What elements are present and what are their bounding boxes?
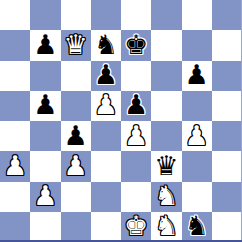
black-pawn: ♟ [94, 61, 118, 88]
square-g5[interactable] [182, 91, 212, 121]
square-e6[interactable] [121, 61, 151, 91]
chess-board-container: ♟♛♞♚♟♟♟♟♟♟♟♟♟♟♛♟♞♚♞♞ [0, 0, 242, 242]
black-pawn: ♟ [185, 61, 209, 88]
square-c4[interactable]: ♟ [61, 121, 91, 151]
square-g8[interactable] [182, 0, 212, 30]
square-b4[interactable] [30, 121, 60, 151]
square-f3[interactable]: ♛ [151, 151, 181, 181]
black-pawn: ♟ [33, 91, 57, 118]
square-a5[interactable] [0, 91, 30, 121]
square-h1[interactable] [212, 212, 242, 242]
white-pawn: ♟ [124, 122, 148, 149]
square-f2[interactable]: ♞ [151, 182, 181, 212]
square-d4[interactable] [91, 121, 121, 151]
black-pawn: ♟ [64, 122, 88, 149]
white-king: ♚ [124, 212, 148, 239]
black-pawn: ♟ [124, 91, 148, 118]
square-h5[interactable] [212, 91, 242, 121]
square-g6[interactable]: ♟ [182, 61, 212, 91]
square-c1[interactable] [61, 212, 91, 242]
square-e5[interactable]: ♟ [121, 91, 151, 121]
white-pawn: ♟ [64, 152, 88, 179]
white-knight: ♞ [154, 182, 178, 209]
square-g1[interactable]: ♞ [182, 212, 212, 242]
square-b2[interactable]: ♟ [30, 182, 60, 212]
square-c6[interactable] [61, 61, 91, 91]
square-b7[interactable]: ♟ [30, 30, 60, 60]
square-d6[interactable]: ♟ [91, 61, 121, 91]
square-c2[interactable] [61, 182, 91, 212]
square-f6[interactable] [151, 61, 181, 91]
white-pawn: ♟ [94, 91, 118, 118]
square-h2[interactable] [212, 182, 242, 212]
square-a1[interactable] [0, 212, 30, 242]
white-pawn: ♟ [3, 152, 27, 179]
square-f5[interactable] [151, 91, 181, 121]
black-pawn: ♟ [33, 31, 57, 58]
square-f8[interactable] [151, 0, 181, 30]
white-knight: ♞ [154, 212, 178, 239]
chess-board: ♟♛♞♚♟♟♟♟♟♟♟♟♟♟♛♟♞♚♞♞ [0, 0, 242, 242]
square-d7[interactable]: ♞ [91, 30, 121, 60]
square-g7[interactable] [182, 30, 212, 60]
black-queen: ♛ [154, 152, 178, 179]
square-h3[interactable] [212, 151, 242, 181]
square-h8[interactable] [212, 0, 242, 30]
square-a2[interactable] [0, 182, 30, 212]
square-a6[interactable] [0, 61, 30, 91]
square-d1[interactable] [91, 212, 121, 242]
black-knight: ♞ [94, 31, 118, 58]
square-e3[interactable] [121, 151, 151, 181]
square-b3[interactable] [30, 151, 60, 181]
square-c5[interactable] [61, 91, 91, 121]
square-d2[interactable] [91, 182, 121, 212]
white-pawn: ♟ [33, 182, 57, 209]
square-h7[interactable] [212, 30, 242, 60]
square-b1[interactable] [30, 212, 60, 242]
square-b5[interactable]: ♟ [30, 91, 60, 121]
square-g3[interactable] [182, 151, 212, 181]
square-g2[interactable] [182, 182, 212, 212]
square-c3[interactable]: ♟ [61, 151, 91, 181]
white-queen: ♛ [64, 31, 88, 58]
white-pawn: ♟ [185, 122, 209, 149]
square-e8[interactable] [121, 0, 151, 30]
square-d8[interactable] [91, 0, 121, 30]
square-e2[interactable] [121, 182, 151, 212]
square-f7[interactable] [151, 30, 181, 60]
square-c8[interactable] [61, 0, 91, 30]
black-king: ♚ [124, 31, 148, 58]
square-d5[interactable]: ♟ [91, 91, 121, 121]
black-knight: ♞ [185, 212, 209, 239]
square-e1[interactable]: ♚ [121, 212, 151, 242]
square-a4[interactable] [0, 121, 30, 151]
square-a3[interactable]: ♟ [0, 151, 30, 181]
square-d3[interactable] [91, 151, 121, 181]
square-e4[interactable]: ♟ [121, 121, 151, 151]
square-e7[interactable]: ♚ [121, 30, 151, 60]
square-g4[interactable]: ♟ [182, 121, 212, 151]
square-c7[interactable]: ♛ [61, 30, 91, 60]
square-b6[interactable] [30, 61, 60, 91]
square-f4[interactable] [151, 121, 181, 151]
square-h4[interactable] [212, 121, 242, 151]
square-a8[interactable] [0, 0, 30, 30]
square-f1[interactable]: ♞ [151, 212, 181, 242]
square-b8[interactable] [30, 0, 60, 30]
square-a7[interactable] [0, 30, 30, 60]
square-h6[interactable] [212, 61, 242, 91]
